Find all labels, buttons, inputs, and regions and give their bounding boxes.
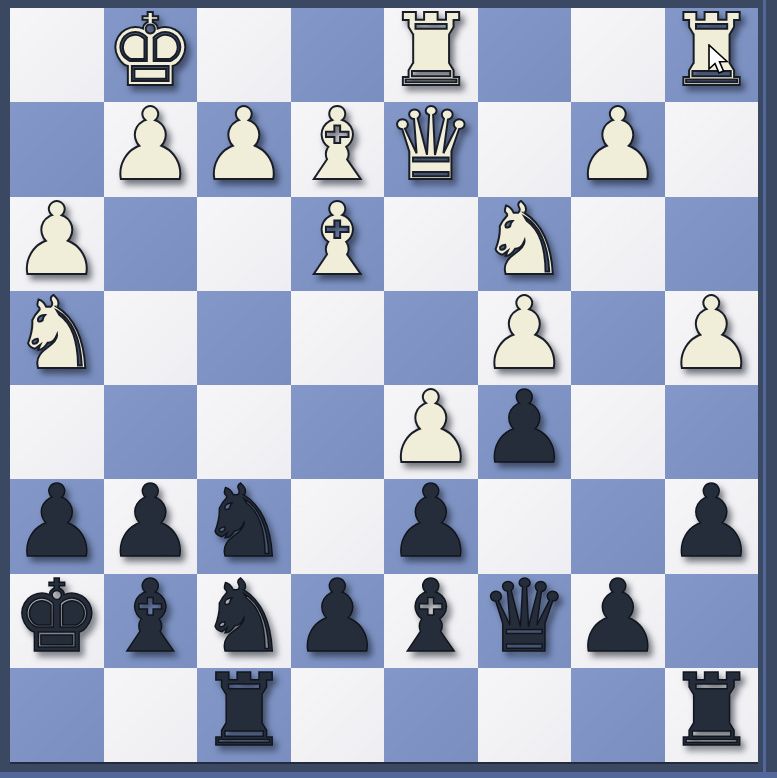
chess-board: ♚♜♜♟♟♝♛♟♟♝♞♞♟♟♟♟♟♟♞♟♟♚♝♞♟♝♛♟♜♜ (10, 8, 758, 762)
black-rook[interactable]: ♜ (199, 661, 289, 761)
square-f4[interactable]: ♟ (478, 385, 572, 479)
square-f1[interactable] (478, 668, 572, 762)
square-b2[interactable]: ♝ (104, 574, 198, 668)
square-e7[interactable]: ♛ (384, 102, 478, 196)
black-king[interactable]: ♚ (12, 567, 102, 667)
square-g2[interactable]: ♟ (571, 574, 665, 668)
white-pawn[interactable]: ♟ (105, 95, 195, 195)
black-bishop[interactable]: ♝ (105, 567, 195, 667)
square-a5[interactable]: ♞ (10, 291, 104, 385)
frame-bevel-right (763, 0, 766, 772)
square-g7[interactable]: ♟ (571, 102, 665, 196)
square-f8[interactable] (478, 8, 572, 102)
white-pawn[interactable]: ♟ (573, 95, 663, 195)
black-pawn[interactable]: ♟ (479, 378, 569, 478)
white-bishop[interactable]: ♝ (292, 190, 382, 290)
square-c5[interactable] (197, 291, 291, 385)
square-e6[interactable] (384, 197, 478, 291)
white-pawn[interactable]: ♟ (666, 284, 756, 384)
square-d6[interactable]: ♝ (291, 197, 385, 291)
square-b6[interactable] (104, 197, 198, 291)
black-rook[interactable]: ♜ (666, 661, 756, 761)
black-bishop[interactable]: ♝ (386, 567, 476, 667)
board-frame: ♚♜♜♟♟♝♛♟♟♝♞♞♟♟♟♟♟♟♞♟♟♚♝♞♟♝♛♟♜♜ (0, 0, 777, 778)
square-c7[interactable]: ♟ (197, 102, 291, 196)
square-h1[interactable]: ♜ (665, 668, 759, 762)
square-c1[interactable]: ♜ (197, 668, 291, 762)
square-d5[interactable] (291, 291, 385, 385)
square-g4[interactable] (571, 385, 665, 479)
square-g6[interactable] (571, 197, 665, 291)
square-h3[interactable]: ♟ (665, 479, 759, 573)
square-e2[interactable]: ♝ (384, 574, 478, 668)
square-a8[interactable] (10, 8, 104, 102)
black-pawn[interactable]: ♟ (666, 472, 756, 572)
frame-bevel-bottom (0, 772, 777, 778)
square-d4[interactable] (291, 385, 385, 479)
white-pawn[interactable]: ♟ (199, 95, 289, 195)
square-e1[interactable] (384, 668, 478, 762)
square-b7[interactable]: ♟ (104, 102, 198, 196)
square-g1[interactable] (571, 668, 665, 762)
black-queen[interactable]: ♛ (479, 567, 569, 667)
square-b1[interactable] (104, 668, 198, 762)
square-d2[interactable]: ♟ (291, 574, 385, 668)
square-h5[interactable]: ♟ (665, 291, 759, 385)
white-queen[interactable]: ♛ (386, 95, 476, 195)
square-b5[interactable] (104, 291, 198, 385)
square-g5[interactable] (571, 291, 665, 385)
square-h8[interactable]: ♜ (665, 8, 759, 102)
square-d1[interactable] (291, 668, 385, 762)
white-knight[interactable]: ♞ (12, 284, 102, 384)
black-pawn[interactable]: ♟ (292, 567, 382, 667)
white-rook[interactable]: ♜ (666, 1, 756, 101)
square-c6[interactable] (197, 197, 291, 291)
square-a2[interactable]: ♚ (10, 574, 104, 668)
square-h7[interactable] (665, 102, 759, 196)
black-pawn[interactable]: ♟ (573, 567, 663, 667)
square-f2[interactable]: ♛ (478, 574, 572, 668)
square-a1[interactable] (10, 668, 104, 762)
